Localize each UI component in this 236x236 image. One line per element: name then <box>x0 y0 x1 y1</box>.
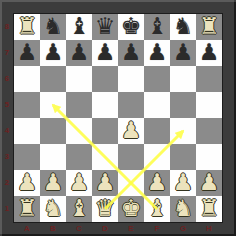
square-b6[interactable] <box>40 66 66 92</box>
rank-label-7: 7 <box>0 40 14 66</box>
square-d6[interactable] <box>92 66 118 92</box>
piece-white-pawn[interactable]: ♟ <box>147 171 168 194</box>
square-h4[interactable] <box>196 118 222 144</box>
square-c8[interactable]: ♝ <box>66 14 92 40</box>
square-f4[interactable] <box>144 118 170 144</box>
square-a3[interactable] <box>14 144 40 170</box>
square-f8[interactable]: ♝ <box>144 14 170 40</box>
piece-black-pawn[interactable]: ♟ <box>121 41 142 64</box>
square-f1[interactable]: ♝ <box>144 196 170 222</box>
rank-label-1: 1 <box>0 196 14 222</box>
square-b8[interactable]: ♞ <box>40 14 66 40</box>
square-g4[interactable] <box>170 118 196 144</box>
square-a2[interactable]: ♟ <box>14 170 40 196</box>
piece-black-pawn[interactable]: ♟ <box>95 41 116 64</box>
piece-white-pawn[interactable]: ♟ <box>43 171 64 194</box>
square-b3[interactable] <box>40 144 66 170</box>
chess-board-frame: 87654321 ABCDEFGH ♜♞♝♛♚♝♞♜♟♟♟♟♟♟♟♟♟♟♟♟♟♟… <box>0 0 236 236</box>
square-f6[interactable] <box>144 66 170 92</box>
rank-label-6: 6 <box>0 66 14 92</box>
square-h5[interactable] <box>196 92 222 118</box>
square-g5[interactable] <box>170 92 196 118</box>
square-a5[interactable] <box>14 92 40 118</box>
piece-white-bishop[interactable]: ♝ <box>69 197 90 220</box>
square-a6[interactable] <box>14 66 40 92</box>
square-e3[interactable] <box>118 144 144 170</box>
square-e1[interactable]: ♚ <box>118 196 144 222</box>
square-a7[interactable]: ♟ <box>14 40 40 66</box>
piece-white-pawn[interactable]: ♟ <box>173 171 194 194</box>
piece-black-pawn[interactable]: ♟ <box>43 41 64 64</box>
square-e6[interactable] <box>118 66 144 92</box>
piece-black-queen[interactable]: ♛ <box>95 15 116 38</box>
square-d3[interactable] <box>92 144 118 170</box>
square-a8[interactable]: ♜ <box>14 14 40 40</box>
square-h1[interactable]: ♜ <box>196 196 222 222</box>
file-label-g: G <box>170 222 196 236</box>
piece-white-knight[interactable]: ♞ <box>173 197 194 220</box>
piece-black-pawn[interactable]: ♟ <box>69 41 90 64</box>
square-c3[interactable] <box>66 144 92 170</box>
piece-black-king[interactable]: ♚ <box>121 15 142 38</box>
square-a4[interactable] <box>14 118 40 144</box>
square-c6[interactable] <box>66 66 92 92</box>
square-b7[interactable]: ♟ <box>40 40 66 66</box>
square-c5[interactable] <box>66 92 92 118</box>
piece-black-knight[interactable]: ♞ <box>173 15 194 38</box>
piece-black-bishop[interactable]: ♝ <box>147 15 168 38</box>
square-c4[interactable] <box>66 118 92 144</box>
square-g3[interactable] <box>170 144 196 170</box>
square-d8[interactable]: ♛ <box>92 14 118 40</box>
board: ♜♞♝♛♚♝♞♜♟♟♟♟♟♟♟♟♟♟♟♟♟♟♟♟♜♞♝♛♚♝♞♜ <box>14 14 222 222</box>
piece-white-pawn[interactable]: ♟ <box>69 171 90 194</box>
square-g7[interactable]: ♟ <box>170 40 196 66</box>
square-b1[interactable]: ♞ <box>40 196 66 222</box>
square-e2[interactable] <box>118 170 144 196</box>
piece-black-pawn[interactable]: ♟ <box>173 41 194 64</box>
square-d4[interactable] <box>92 118 118 144</box>
piece-black-knight[interactable]: ♞ <box>43 15 64 38</box>
piece-white-queen[interactable]: ♛ <box>95 197 116 220</box>
square-h8[interactable]: ♜ <box>196 14 222 40</box>
piece-white-bishop[interactable]: ♝ <box>147 197 168 220</box>
square-e8[interactable]: ♚ <box>118 14 144 40</box>
square-d2[interactable]: ♟ <box>92 170 118 196</box>
square-f2[interactable]: ♟ <box>144 170 170 196</box>
square-e5[interactable] <box>118 92 144 118</box>
square-g1[interactable]: ♞ <box>170 196 196 222</box>
piece-black-pawn[interactable]: ♟ <box>147 41 168 64</box>
square-g8[interactable]: ♞ <box>170 14 196 40</box>
square-e4[interactable]: ♟ <box>118 118 144 144</box>
square-g2[interactable]: ♟ <box>170 170 196 196</box>
square-e7[interactable]: ♟ <box>118 40 144 66</box>
square-h2[interactable]: ♟ <box>196 170 222 196</box>
piece-white-rook[interactable]: ♜ <box>17 15 38 38</box>
square-h7[interactable]: ♟ <box>196 40 222 66</box>
file-label-d: D <box>92 222 118 236</box>
piece-white-knight[interactable]: ♞ <box>43 197 64 220</box>
square-d1[interactable]: ♛ <box>92 196 118 222</box>
piece-white-rook[interactable]: ♜ <box>199 197 220 220</box>
file-label-e: E <box>118 222 144 236</box>
square-c7[interactable]: ♟ <box>66 40 92 66</box>
piece-white-pawn[interactable]: ♟ <box>17 171 38 194</box>
piece-black-pawn[interactable]: ♟ <box>199 41 220 64</box>
square-d5[interactable] <box>92 92 118 118</box>
square-d7[interactable]: ♟ <box>92 40 118 66</box>
square-c2[interactable]: ♟ <box>66 170 92 196</box>
rank-label-5: 5 <box>0 92 14 118</box>
piece-black-bishop[interactable]: ♝ <box>69 15 90 38</box>
square-b4[interactable] <box>40 118 66 144</box>
square-c1[interactable]: ♝ <box>66 196 92 222</box>
rank-label-4: 4 <box>0 118 14 144</box>
file-label-f: F <box>144 222 170 236</box>
file-label-h: H <box>196 222 222 236</box>
rank-labels: 87654321 <box>0 14 14 222</box>
rank-label-8: 8 <box>0 14 14 40</box>
square-f5[interactable] <box>144 92 170 118</box>
square-h6[interactable] <box>196 66 222 92</box>
piece-white-pawn[interactable]: ♟ <box>95 171 116 194</box>
square-h3[interactable] <box>196 144 222 170</box>
piece-white-pawn[interactable]: ♟ <box>199 171 220 194</box>
square-f7[interactable]: ♟ <box>144 40 170 66</box>
rank-label-2: 2 <box>0 170 14 196</box>
piece-black-pawn[interactable]: ♟ <box>17 41 38 64</box>
file-label-a: A <box>14 222 40 236</box>
square-b5[interactable] <box>40 92 66 118</box>
piece-white-rook[interactable]: ♜ <box>199 15 220 38</box>
square-g6[interactable] <box>170 66 196 92</box>
piece-white-rook[interactable]: ♜ <box>17 197 38 220</box>
square-b2[interactable]: ♟ <box>40 170 66 196</box>
square-a1[interactable]: ♜ <box>14 196 40 222</box>
file-label-c: C <box>66 222 92 236</box>
square-f3[interactable] <box>144 144 170 170</box>
piece-white-pawn[interactable]: ♟ <box>121 119 142 142</box>
file-labels: ABCDEFGH <box>14 222 222 236</box>
piece-white-king[interactable]: ♚ <box>121 197 142 220</box>
file-label-b: B <box>40 222 66 236</box>
rank-label-3: 3 <box>0 144 14 170</box>
